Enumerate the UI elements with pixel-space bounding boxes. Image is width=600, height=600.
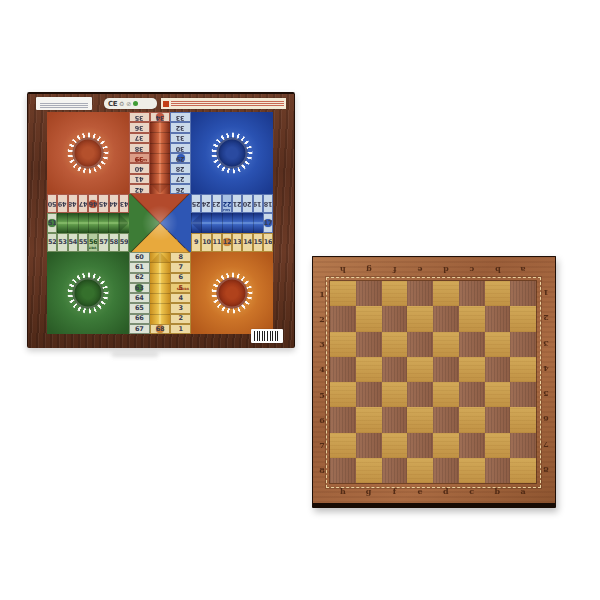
parchis-arm-left: 50 49 48: [47, 194, 129, 252]
file-label: e: [407, 264, 433, 276]
parchis-track-9-16: 9 10 11: [191, 233, 273, 252]
track-cell: 17: [263, 213, 273, 232]
parchis-cell-51: 51: [47, 213, 57, 232]
track-cell: 1: [170, 324, 191, 334]
track-cell: 4: [170, 293, 191, 303]
parchis-home-column-blue: 17: [191, 213, 273, 232]
chess-square: [407, 332, 433, 357]
file-label: d: [433, 485, 459, 497]
chess-square: [510, 281, 536, 306]
track-cell: 50: [47, 194, 57, 213]
track-cell: 27: [170, 174, 191, 184]
rank-label: 7: [317, 433, 327, 458]
chess-square: [382, 382, 408, 407]
chess-square: [485, 407, 511, 432]
track-cell: 10: [201, 233, 211, 252]
chess-square: [433, 433, 459, 458]
track-cell: 64: [129, 293, 150, 303]
chess-square: [382, 357, 408, 382]
chess-square: [407, 458, 433, 483]
track-cell: 34: [150, 112, 171, 122]
chess-square: [433, 458, 459, 483]
parchis-home-column-yellow: 68: [150, 252, 171, 334]
track-cell: 45: [98, 194, 108, 213]
chess-square: [510, 306, 536, 331]
chess-square: [485, 458, 511, 483]
chess-square: [459, 407, 485, 432]
track-cell: 2: [170, 314, 191, 324]
track-cell: 37: [129, 133, 150, 143]
track-cell: 42: [129, 184, 150, 194]
track-cell: 19: [253, 194, 263, 213]
rank-label: 3: [317, 332, 327, 357]
track-cell: 65: [129, 303, 150, 313]
chess-square: [485, 306, 511, 331]
chess-square: [356, 281, 382, 306]
chess-square: [510, 433, 536, 458]
track-cell: 56 SALIDA: [88, 233, 98, 252]
fine-print-lines: [171, 100, 284, 107]
track-cell: 61: [129, 262, 150, 272]
rank-label: 4: [541, 357, 551, 382]
track-cell: 68: [150, 324, 171, 334]
track-cell: 12: [222, 233, 232, 252]
rank-label: 5: [541, 382, 551, 407]
chess-square: [407, 407, 433, 432]
track-cell: 28: [170, 163, 191, 173]
track-cell: 47: [78, 194, 88, 213]
track-cell: 67: [129, 324, 150, 334]
parchis-cell-34: 34: [150, 112, 171, 122]
chess-square: [485, 382, 511, 407]
chess-square: [407, 306, 433, 331]
green-home-arrow: [57, 213, 129, 232]
file-label: h: [330, 485, 356, 497]
chess-ranks-left: 12345678: [317, 281, 327, 483]
track-cell: 33: [170, 112, 191, 122]
recycle-icon: ♻: [119, 101, 124, 107]
file-label: b: [485, 485, 511, 497]
age-warning-icon: ⊘: [126, 101, 131, 107]
chess-square: [485, 332, 511, 357]
track-cell: 24: [201, 194, 211, 213]
track-cell: 41: [129, 174, 150, 184]
track-cell: 31: [170, 133, 191, 143]
parchis-home-column-red: 34: [150, 112, 171, 194]
barcode: [251, 329, 283, 343]
track-cell: 7: [170, 262, 191, 272]
parchis-track-43-50: 50 49 48: [47, 194, 129, 213]
track-cell: 6: [170, 273, 191, 283]
rank-label: 8: [541, 458, 551, 483]
file-label: a: [510, 485, 536, 497]
chess-square: [433, 332, 459, 357]
track-cell: 54: [68, 233, 78, 252]
rank-label: 2: [541, 306, 551, 331]
file-label: g: [356, 485, 382, 497]
chess-square: [382, 332, 408, 357]
parchis-track-60-67: 60 61 62: [129, 252, 150, 334]
track-cell: 16: [263, 233, 273, 252]
file-label: c: [459, 485, 485, 497]
file-label: f: [382, 485, 408, 497]
chess-square: [382, 458, 408, 483]
track-cell: 15: [253, 233, 263, 252]
warning-text-strip: [161, 98, 286, 109]
track-cell: 49: [57, 194, 67, 213]
chess-square: [407, 281, 433, 306]
track-cell: 23: [212, 194, 222, 213]
track-cell: 60: [129, 252, 150, 262]
parchis-corner-orange: [191, 252, 273, 334]
chess-square: [330, 306, 356, 331]
track-cell: 36: [129, 122, 150, 132]
parchis-arm-right: 25 24 23: [191, 194, 273, 252]
chess-square: [433, 407, 459, 432]
track-cell: 5 SALIDA: [170, 283, 191, 293]
ce-mark-sticker: CE ♻ ⊘: [104, 98, 157, 109]
file-label: b: [485, 264, 511, 276]
chess-square: [382, 306, 408, 331]
parchis-arm-top: 35 36 37: [129, 112, 191, 194]
chess-square: [510, 407, 536, 432]
ce-mark: CE: [108, 100, 117, 108]
track-cell: 13: [232, 233, 242, 252]
rank-label: 7: [541, 433, 551, 458]
parchis-cell-68: 68: [150, 324, 171, 334]
track-cell: 30: [170, 143, 191, 153]
chess-board: hgfedcba hgfedcba 12345678 12345678: [312, 256, 556, 508]
chess-square: [330, 433, 356, 458]
chess-square: [356, 433, 382, 458]
product-label-sticker: [36, 97, 92, 110]
rank-label: 6: [317, 407, 327, 432]
track-cell: 48: [68, 194, 78, 213]
track-cell: 62: [129, 273, 150, 283]
parchis-play-area: 35 36 37: [47, 112, 273, 334]
track-cell: 43: [119, 194, 129, 213]
chess-square: [510, 332, 536, 357]
chess-square: [433, 306, 459, 331]
chess-square: [356, 407, 382, 432]
file-label: a: [510, 264, 536, 276]
chess-square: [356, 382, 382, 407]
track-cell: 14: [242, 233, 252, 252]
chess-square: [459, 306, 485, 331]
chess-square: [356, 306, 382, 331]
track-cell: 51: [47, 213, 57, 232]
track-cell: 46: [88, 194, 98, 213]
track-cell: 59: [119, 233, 129, 252]
chess-square: [459, 281, 485, 306]
rank-label: 1: [317, 281, 327, 306]
rank-label: 2: [317, 306, 327, 331]
track-cell: 63: [129, 283, 150, 293]
file-label: g: [356, 264, 382, 276]
track-cell: 52: [47, 233, 57, 252]
chess-ranks-right: 12345678: [541, 281, 551, 483]
parchis-track-18-25: 25 24 23: [191, 194, 273, 213]
file-label: d: [433, 264, 459, 276]
track-cell: 32: [170, 122, 191, 132]
parchis-corner-green: [47, 252, 129, 334]
warning-icon: [163, 101, 169, 107]
parchis-track-26-33: 33 32 31: [170, 112, 191, 194]
track-cell: 9: [191, 233, 201, 252]
parchis-track-52-59: 52 53 54: [47, 233, 129, 252]
track-cell: 29: [170, 153, 191, 163]
parchis-home-square: [129, 194, 191, 252]
chess-square: [485, 281, 511, 306]
track-cell: 44: [109, 194, 119, 213]
red-home-arrow: [150, 122, 171, 194]
chess-square: [330, 357, 356, 382]
blue-home-arrow: [191, 213, 263, 232]
track-cell: 3: [170, 303, 191, 313]
chess-square: [485, 433, 511, 458]
chess-square: [510, 458, 536, 483]
parchis-track-35-42: 35 36 37: [129, 112, 150, 194]
track-cell: 58: [109, 233, 119, 252]
track-cell: 39 SALIDA: [129, 153, 150, 163]
track-cell: 20: [242, 194, 252, 213]
yellow-home-arrow: [150, 252, 171, 324]
track-cell: 53: [57, 233, 67, 252]
track-cell: 21: [232, 194, 242, 213]
chess-square: [459, 382, 485, 407]
chess-square: [510, 357, 536, 382]
chess-square: [330, 458, 356, 483]
parchis-cell-17: 17: [263, 213, 273, 232]
chess-square: [330, 332, 356, 357]
track-cell: 40: [129, 163, 150, 173]
chess-square: [382, 433, 408, 458]
sunburst-mandala-icon: [203, 264, 261, 322]
chess-square: [382, 407, 408, 432]
chess-square: [433, 281, 459, 306]
track-cell: 57: [98, 233, 108, 252]
table-reflection: [112, 352, 158, 357]
green-dot-icon: [133, 101, 138, 106]
chess-files-top: hgfedcba: [330, 264, 536, 276]
track-cell: 55: [78, 233, 88, 252]
rank-label: 8: [317, 458, 327, 483]
rank-label: 5: [317, 382, 327, 407]
track-cell: 8: [170, 252, 191, 262]
rank-label: 6: [541, 407, 551, 432]
chess-squares-grid: [330, 281, 536, 483]
file-label: c: [459, 264, 485, 276]
track-cell: 35: [129, 112, 150, 122]
chess-square: [407, 357, 433, 382]
chess-square: [356, 458, 382, 483]
parchis-track-1-8: 8 7 6: [170, 252, 191, 334]
sunburst-mandala-icon: [203, 124, 261, 182]
chess-square: [356, 332, 382, 357]
chess-files-bottom: hgfedcba: [330, 485, 536, 497]
chess-square: [330, 281, 356, 306]
chess-square: [459, 332, 485, 357]
chess-square: [407, 382, 433, 407]
product-photo: 35 36 37: [0, 0, 600, 600]
track-cell: 66: [129, 314, 150, 324]
chess-square: [510, 382, 536, 407]
sunburst-mandala-icon: [59, 124, 117, 182]
track-cell: 38: [129, 143, 150, 153]
chess-square: [356, 357, 382, 382]
rank-label: 1: [541, 281, 551, 306]
parchis-corner-blue: [191, 112, 273, 194]
chess-square: [433, 357, 459, 382]
chess-square: [459, 458, 485, 483]
track-cell: 25: [191, 194, 201, 213]
parchis-board: 35 36 37: [27, 92, 295, 348]
parchis-arm-bottom: 60 61 62: [129, 252, 191, 334]
chess-square: [407, 433, 433, 458]
file-label: h: [330, 264, 356, 276]
chess-square: [459, 357, 485, 382]
rank-label: 4: [317, 357, 327, 382]
chess-square: [330, 382, 356, 407]
chess-square: [459, 433, 485, 458]
sunburst-mandala-icon: [59, 264, 117, 322]
track-cell: 18: [263, 194, 273, 213]
parchis-home-column-green: 51: [47, 213, 129, 232]
chess-square: [330, 407, 356, 432]
file-label: e: [407, 485, 433, 497]
track-cell: 26: [170, 184, 191, 194]
file-label: f: [382, 264, 408, 276]
track-cell: 11: [212, 233, 222, 252]
track-cell: 22 SALIDA: [222, 194, 232, 213]
chess-square: [433, 382, 459, 407]
chess-square: [485, 357, 511, 382]
rank-label: 3: [541, 332, 551, 357]
chess-square: [382, 281, 408, 306]
parchis-corner-red: [47, 112, 129, 194]
